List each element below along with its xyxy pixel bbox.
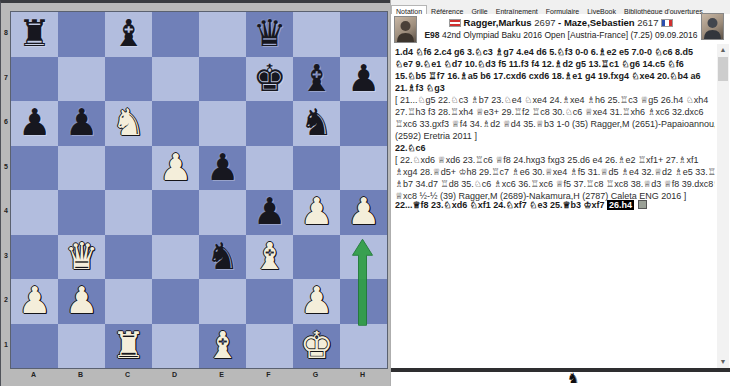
square-d5[interactable]: ♟ <box>152 146 199 191</box>
rank-label-2: 2 <box>2 296 10 303</box>
square-f7[interactable]: ♚ <box>246 57 293 102</box>
piece-black-bishop-g7[interactable]: ♝ <box>300 57 333 101</box>
piece-black-king-f7[interactable]: ♚ <box>253 57 286 101</box>
variation-moves[interactable]: (2592) Eretria 2011 ] <box>395 130 715 142</box>
square-b6[interactable]: ♟ <box>58 101 105 146</box>
players-line: Ragger,Markus 2697 - Maze,Sebastien 2617 <box>391 17 730 28</box>
piece-white-pawn-d5[interactable]: ♟ <box>159 146 192 190</box>
knight-engine-icon[interactable]: ♞ <box>567 370 580 386</box>
black-elo: 2617 <box>637 17 658 28</box>
austria-flag-icon <box>449 19 461 27</box>
square-d4[interactable] <box>152 190 199 235</box>
square-h6[interactable] <box>340 101 387 146</box>
mainline-moves[interactable]: 21.♗f3 ♘g3 <box>395 82 715 94</box>
square-e8[interactable] <box>199 12 246 57</box>
square-d6[interactable] <box>152 101 199 146</box>
square-c7[interactable] <box>105 57 152 102</box>
square-b4[interactable] <box>58 190 105 235</box>
piece-white-pawn-g4[interactable]: ♟ <box>300 190 333 234</box>
square-h4[interactable]: ♟ <box>340 190 387 235</box>
square-c4[interactable] <box>105 190 152 235</box>
square-a3[interactable] <box>11 235 58 280</box>
square-e4[interactable] <box>199 190 246 235</box>
square-c2[interactable] <box>105 279 152 324</box>
current-variation-line[interactable]: 22...♕f8 23.♘xd6 ♘xf1 24.♘xf7 ♘e3 25.♕b3… <box>395 200 719 210</box>
square-c1[interactable]: ♜ <box>105 324 152 369</box>
rank-label-5: 5 <box>2 163 10 170</box>
white-player-photo <box>394 16 417 43</box>
file-label-g: G <box>292 371 339 378</box>
square-g7[interactable]: ♝ <box>293 57 340 102</box>
board-frame: 87654321 ♜♝♛♚♝♟♟♟♞♞♟♟♟♟♟♛♞♝♟♟♟♜♝♚ ABCDEF… <box>0 0 390 386</box>
file-label-b: B <box>57 371 104 378</box>
file-label-d: D <box>151 371 198 378</box>
square-g8[interactable] <box>293 12 340 57</box>
event-details: 42nd Olympiad Baku 2016 Open [Austria-Fr… <box>442 30 698 40</box>
piece-white-queen-b3[interactable]: ♛ <box>65 235 98 279</box>
piece-black-rook-a8[interactable]: ♜ <box>18 12 51 56</box>
file-label-c: C <box>104 371 151 378</box>
square-d8[interactable] <box>152 12 199 57</box>
rank-label-8: 8 <box>2 29 10 36</box>
piece-white-bishop-f3[interactable]: ♝ <box>253 235 286 279</box>
file-label-a: A <box>10 371 57 378</box>
piece-white-pawn-h4[interactable]: ♟ <box>347 190 380 234</box>
file-label-h: H <box>339 371 386 378</box>
square-g2[interactable]: ♟ <box>293 279 340 324</box>
scroll-up-icon[interactable]: ▲ <box>717 44 729 56</box>
piece-white-pawn-b2[interactable]: ♟ <box>65 279 98 323</box>
square-c5[interactable] <box>105 146 152 191</box>
move-list[interactable]: 1.d4 ♘f6 2.c4 g6 3.♘c3 ♗g7 4.e4 d6 5.♘f3… <box>395 46 715 216</box>
square-e3[interactable]: ♞ <box>199 235 246 280</box>
eco-code: E98 <box>424 30 439 40</box>
mainline-moves[interactable]: 22.♘c6 <box>395 142 715 154</box>
tab-bar: NotationRéférenceGrilleEntraînementFormu… <box>391 0 730 15</box>
square-c3[interactable] <box>105 235 152 280</box>
piece-black-pawn-e5[interactable]: ♟ <box>206 146 239 190</box>
piece-white-bishop-e1[interactable]: ♝ <box>206 324 239 368</box>
rank-label-6: 6 <box>2 118 10 125</box>
panel-bottom-divider <box>391 368 730 372</box>
square-f2[interactable] <box>246 279 293 324</box>
chessbase-window: 87654321 ♜♝♛♚♝♟♟♟♞♞♟♟♟♟♟♛♞♝♟♟♟♜♝♚ ABCDEF… <box>0 0 730 386</box>
piece-black-bishop-c8[interactable]: ♝ <box>112 12 145 56</box>
piece-black-knight-e3[interactable]: ♞ <box>206 235 239 279</box>
annotation-icon <box>638 200 647 209</box>
event-line: E98 42nd Olympiad Baku 2016 Open [Austri… <box>391 30 730 40</box>
square-e5[interactable]: ♟ <box>199 146 246 191</box>
white-elo: 2697 <box>534 17 555 28</box>
square-b3[interactable]: ♛ <box>58 235 105 280</box>
square-b8[interactable] <box>58 12 105 57</box>
square-a6[interactable]: ♟ <box>11 101 58 146</box>
square-g1[interactable]: ♚ <box>293 324 340 369</box>
square-b2[interactable]: ♟ <box>58 279 105 324</box>
france-flag-icon <box>661 19 673 27</box>
square-a8[interactable]: ♜ <box>11 12 58 57</box>
black-player-photo <box>701 13 724 40</box>
scroll-down-icon[interactable]: ▼ <box>717 356 729 368</box>
piece-black-queen-f8[interactable]: ♛ <box>253 12 286 56</box>
square-g6[interactable]: ♞ <box>293 101 340 146</box>
players-separator: - <box>558 17 561 28</box>
piece-black-pawn-f4[interactable]: ♟ <box>253 190 286 234</box>
square-a4[interactable] <box>11 190 58 235</box>
square-f8[interactable]: ♛ <box>246 12 293 57</box>
piece-white-rook-c1[interactable]: ♜ <box>112 324 145 368</box>
variation-moves[interactable]: 27.♖h3 f3 28.♖xh4 ♕e3+ 29.♖f2 ♖c8 30.♘c6… <box>395 106 715 118</box>
square-f3[interactable]: ♝ <box>246 235 293 280</box>
rank-labels: 87654321 <box>1 11 10 367</box>
variation-moves[interactable]: [ 22.♘xd6 ♕xd6 23.♖c6 ♕f8 24.hxg3 fxg3 2… <box>395 154 715 166</box>
game-header: Ragger,Markus 2697 - Maze,Sebastien 2617… <box>391 14 730 45</box>
square-e2[interactable] <box>199 279 246 324</box>
variation-moves[interactable]: 22...♕f8 23.♘xd6 ♘xf1 24.♘xf7 ♘e3 25.♕b3… <box>395 200 607 210</box>
variation-moves[interactable]: [ 21...♘g5 22.♘c3 ♗b7 23.♘e4 ♘xe4 24.♗xe… <box>395 94 715 106</box>
square-d1[interactable] <box>152 324 199 369</box>
square-h3[interactable] <box>340 235 387 280</box>
square-f6[interactable] <box>246 101 293 146</box>
mainline-moves[interactable]: ♘e7 9.♘e1 ♘d7 10.♘d3 f5 11.f3 f4 12.♗d2 … <box>395 58 715 70</box>
file-labels: ABCDEFGH <box>10 369 386 383</box>
piece-white-knight-c6[interactable]: ♞ <box>112 101 145 145</box>
square-h5[interactable] <box>340 146 387 191</box>
square-h1[interactable] <box>340 324 387 369</box>
piece-white-pawn-a2[interactable]: ♟ <box>18 279 51 323</box>
square-e1[interactable]: ♝ <box>199 324 246 369</box>
square-a1[interactable] <box>11 324 58 369</box>
square-a7[interactable] <box>11 57 58 102</box>
chess-board[interactable]: ♜♝♛♚♝♟♟♟♞♞♟♟♟♟♟♛♞♝♟♟♟♜♝♚ <box>10 11 388 369</box>
square-h7[interactable]: ♟ <box>340 57 387 102</box>
scrollbar[interactable]: ▲ ▼ <box>717 44 729 368</box>
scrollbar-thumb[interactable] <box>718 57 728 81</box>
square-a5[interactable] <box>11 146 58 191</box>
square-g4[interactable]: ♟ <box>293 190 340 235</box>
square-h2[interactable] <box>340 279 387 324</box>
mainline-moves[interactable]: 1.d4 ♘f6 2.c4 g6 3.♘c3 ♗g7 4.e4 d6 5.♘f3… <box>395 46 715 58</box>
square-f1[interactable] <box>246 324 293 369</box>
square-f5[interactable] <box>246 146 293 191</box>
square-e6[interactable] <box>199 101 246 146</box>
black-player-name: Maze,Sebastien <box>564 17 635 28</box>
rank-label-3: 3 <box>2 252 10 259</box>
square-g5[interactable] <box>293 146 340 191</box>
square-d7[interactable] <box>152 57 199 102</box>
variation-moves[interactable]: ♗b7 34.d7 ♖d8 35.♘c6 ♗xc6 36.♖xc6 ♕f5 37… <box>395 178 715 190</box>
piece-black-pawn-h7[interactable]: ♟ <box>347 57 380 101</box>
rank-label-4: 4 <box>2 207 10 214</box>
rank-label-7: 7 <box>2 74 10 81</box>
variation-moves[interactable]: ♗xg4 28.♕d5+ ♔h8 29.♖c7 ♗e6 30.♕xe4 ♗f5 … <box>395 166 715 178</box>
piece-white-king-g1[interactable]: ♚ <box>300 324 333 368</box>
highlighted-move[interactable]: 26.h4 <box>607 200 634 210</box>
square-f4[interactable]: ♟ <box>246 190 293 235</box>
file-label-f: F <box>245 371 292 378</box>
square-a2[interactable]: ♟ <box>11 279 58 324</box>
piece-black-pawn-b6[interactable]: ♟ <box>65 101 98 145</box>
piece-black-pawn-a6[interactable]: ♟ <box>18 101 51 145</box>
file-label-e: E <box>198 371 245 378</box>
square-b5[interactable] <box>58 146 105 191</box>
square-g3[interactable] <box>293 235 340 280</box>
variation-moves[interactable]: ♖xc6 33.gxf3 ♕f4 34.♗d2 ♕d4 35.♕b3 1-0 (… <box>395 118 715 130</box>
square-c6[interactable]: ♞ <box>105 101 152 146</box>
piece-white-pawn-g2[interactable]: ♟ <box>300 279 333 323</box>
white-player-name: Ragger,Markus <box>464 17 532 28</box>
square-b1[interactable] <box>58 324 105 369</box>
rank-label-1: 1 <box>2 341 10 348</box>
square-c8[interactable]: ♝ <box>105 12 152 57</box>
square-e7[interactable] <box>199 57 246 102</box>
square-d2[interactable] <box>152 279 199 324</box>
square-d3[interactable] <box>152 235 199 280</box>
piece-black-knight-g6[interactable]: ♞ <box>300 101 333 145</box>
notation-panel: NotationRéférenceGrilleEntraînementFormu… <box>390 0 730 386</box>
mainline-moves[interactable]: 15.♘b5 ♖f7 16.♗a5 b6 17.cxd6 cxd6 18.♗e1… <box>395 70 715 82</box>
square-h8[interactable] <box>340 12 387 57</box>
square-b7[interactable] <box>58 57 105 102</box>
